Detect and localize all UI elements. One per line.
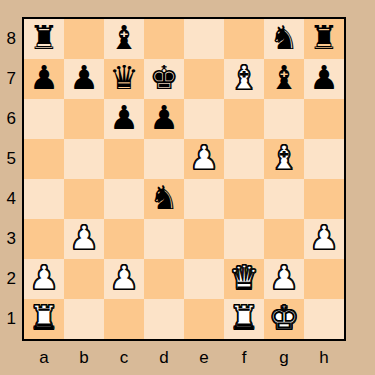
square-d6[interactable]: ♟ [144, 99, 184, 139]
square-f6[interactable] [224, 99, 264, 139]
square-h1[interactable] [304, 299, 344, 339]
square-a3[interactable] [24, 219, 64, 259]
square-c3[interactable] [104, 219, 144, 259]
square-d4[interactable]: ♞ [144, 179, 184, 219]
white-pawn: ♟ [309, 219, 339, 258]
chess-board: ♜♝♞♜♟♟♛♚♝♝♟♟♟♟♝♞♟♟♟♟♛♟♜♜♚ [22, 17, 346, 341]
white-rook: ♜ [29, 299, 59, 338]
white-rook: ♜ [229, 299, 259, 338]
square-c8[interactable]: ♝ [104, 19, 144, 59]
square-g8[interactable]: ♞ [264, 19, 304, 59]
black-knight: ♞ [269, 19, 299, 58]
square-e3[interactable] [184, 219, 224, 259]
square-c4[interactable] [104, 179, 144, 219]
square-g7[interactable]: ♝ [264, 59, 304, 99]
file-label-e: e [184, 344, 224, 372]
square-g3[interactable] [264, 219, 304, 259]
square-f1[interactable]: ♜ [224, 299, 264, 339]
black-knight: ♞ [149, 179, 179, 218]
square-h3[interactable]: ♟ [304, 219, 344, 259]
square-g5[interactable]: ♝ [264, 139, 304, 179]
square-d7[interactable]: ♚ [144, 59, 184, 99]
file-label-f: f [224, 344, 264, 372]
square-c1[interactable] [104, 299, 144, 339]
square-g1[interactable]: ♚ [264, 299, 304, 339]
square-h6[interactable] [304, 99, 344, 139]
square-f3[interactable] [224, 219, 264, 259]
black-pawn: ♟ [69, 59, 99, 98]
square-e4[interactable] [184, 179, 224, 219]
file-label-g: g [264, 344, 304, 372]
square-b3[interactable]: ♟ [64, 219, 104, 259]
square-e5[interactable]: ♟ [184, 139, 224, 179]
square-a7[interactable]: ♟ [24, 59, 64, 99]
black-pawn: ♟ [309, 59, 339, 98]
file-labels: abcdefgh [24, 344, 344, 372]
rank-label-2: 2 [0, 259, 20, 299]
white-pawn: ♟ [109, 259, 139, 298]
square-a5[interactable] [24, 139, 64, 179]
square-b7[interactable]: ♟ [64, 59, 104, 99]
square-e1[interactable] [184, 299, 224, 339]
square-b6[interactable] [64, 99, 104, 139]
square-h2[interactable] [304, 259, 344, 299]
rank-label-7: 7 [0, 59, 20, 99]
square-a4[interactable] [24, 179, 64, 219]
rank-label-1: 1 [0, 299, 20, 339]
rank-label-4: 4 [0, 179, 20, 219]
square-h5[interactable] [304, 139, 344, 179]
square-e8[interactable] [184, 19, 224, 59]
square-f2[interactable]: ♛ [224, 259, 264, 299]
square-b1[interactable] [64, 299, 104, 339]
square-c6[interactable]: ♟ [104, 99, 144, 139]
white-queen: ♛ [229, 259, 259, 298]
square-b8[interactable] [64, 19, 104, 59]
square-a6[interactable] [24, 99, 64, 139]
file-label-c: c [104, 344, 144, 372]
file-label-b: b [64, 344, 104, 372]
rank-label-8: 8 [0, 19, 20, 59]
black-queen: ♛ [109, 59, 139, 98]
square-g4[interactable] [264, 179, 304, 219]
square-h8[interactable]: ♜ [304, 19, 344, 59]
square-a2[interactable]: ♟ [24, 259, 64, 299]
black-king: ♚ [149, 59, 179, 98]
square-f8[interactable] [224, 19, 264, 59]
square-c7[interactable]: ♛ [104, 59, 144, 99]
square-d3[interactable] [144, 219, 184, 259]
black-pawn: ♟ [29, 59, 59, 98]
black-bishop: ♝ [109, 19, 139, 58]
white-bishop: ♝ [269, 139, 299, 178]
square-e2[interactable] [184, 259, 224, 299]
square-h7[interactable]: ♟ [304, 59, 344, 99]
white-pawn: ♟ [189, 139, 219, 178]
white-king: ♚ [269, 299, 299, 338]
square-e7[interactable] [184, 59, 224, 99]
file-label-h: h [304, 344, 344, 372]
square-d5[interactable] [144, 139, 184, 179]
file-label-a: a [24, 344, 64, 372]
square-c2[interactable]: ♟ [104, 259, 144, 299]
square-d8[interactable] [144, 19, 184, 59]
square-d2[interactable] [144, 259, 184, 299]
rank-label-6: 6 [0, 99, 20, 139]
square-f7[interactable]: ♝ [224, 59, 264, 99]
square-g2[interactable]: ♟ [264, 259, 304, 299]
rank-labels: 87654321 [0, 19, 20, 339]
square-b4[interactable] [64, 179, 104, 219]
white-pawn: ♟ [69, 219, 99, 258]
square-a1[interactable]: ♜ [24, 299, 64, 339]
square-c5[interactable] [104, 139, 144, 179]
black-rook: ♜ [309, 19, 339, 58]
white-bishop: ♝ [229, 59, 259, 98]
black-bishop: ♝ [269, 59, 299, 98]
square-f4[interactable] [224, 179, 264, 219]
file-label-d: d [144, 344, 184, 372]
square-b2[interactable] [64, 259, 104, 299]
white-pawn: ♟ [269, 259, 299, 298]
black-pawn: ♟ [109, 99, 139, 138]
rank-label-3: 3 [0, 219, 20, 259]
square-g6[interactable] [264, 99, 304, 139]
square-f5[interactable] [224, 139, 264, 179]
square-h4[interactable] [304, 179, 344, 219]
square-a8[interactable]: ♜ [24, 19, 64, 59]
square-b5[interactable] [64, 139, 104, 179]
black-rook: ♜ [29, 19, 59, 58]
rank-label-5: 5 [0, 139, 20, 179]
white-pawn: ♟ [29, 259, 59, 298]
black-pawn: ♟ [149, 99, 179, 138]
square-e6[interactable] [184, 99, 224, 139]
square-d1[interactable] [144, 299, 184, 339]
